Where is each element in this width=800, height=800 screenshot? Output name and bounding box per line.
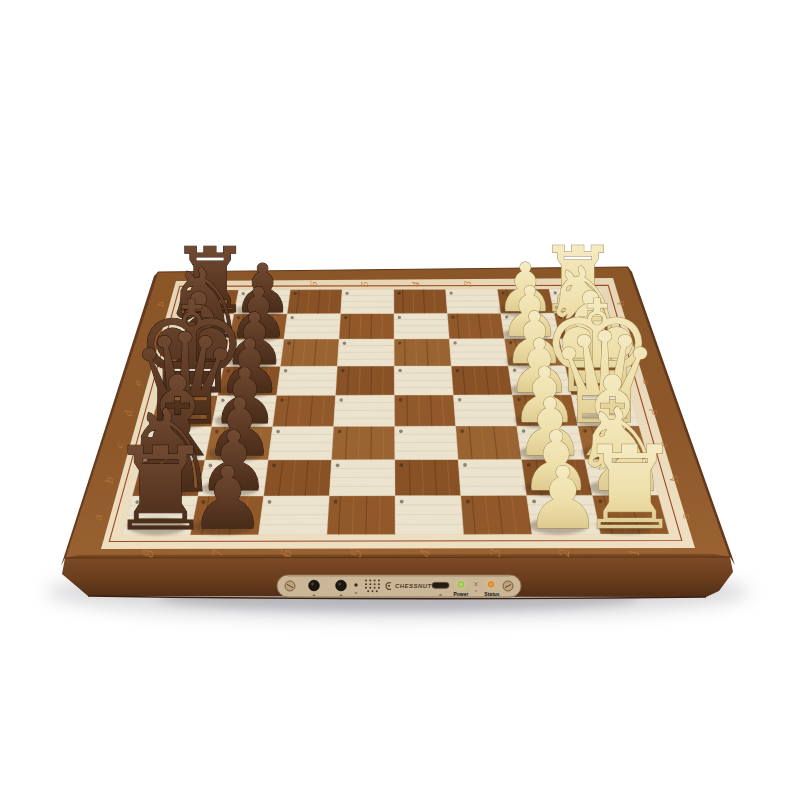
sensor-dot [399,463,403,467]
sensor-dot [458,398,462,402]
piece-white-rook-a1[interactable]: ♜ [578,421,681,555]
sensor-dot [451,316,454,319]
sensor-dot [397,292,400,295]
sensor-dot [456,369,459,372]
panel-button-2-mark [340,595,342,596]
square-h4[interactable] [394,289,448,313]
sensor-dot [334,500,338,504]
sensor-dot [463,463,467,467]
sensor-dot [336,463,340,467]
sensor-dot [339,398,343,402]
sensor-dot [398,341,401,344]
sensor-dot [400,500,404,504]
usb-c-port[interactable] [432,582,449,588]
status-led [488,582,493,587]
panel-button-2[interactable] [336,580,347,591]
mic-hole [354,583,357,586]
sensor-dot [338,430,342,434]
sensor-dot [399,398,403,402]
sensor-dot [449,291,452,294]
sensor-dot [343,342,346,345]
sensor-dot [293,292,296,295]
sensor-dot [398,369,401,372]
square-f4[interactable] [394,339,451,366]
coord-front-rank-4: 4 [418,549,433,558]
control-panel: CHESSNUT Power Status [277,575,521,597]
square-b4[interactable] [395,460,461,496]
mic-mark [355,592,357,593]
usb-mark [439,594,442,595]
power-led [458,582,463,587]
sensor-dot [341,369,344,372]
panel-button-2-highlight [338,583,341,586]
status-label: Status [484,591,500,597]
panel-button-1-mark [313,595,315,596]
panel-button-1[interactable] [309,580,320,591]
sensor-dot [399,429,403,433]
product-photo-chessnut-board: 8877665544332211aabbccddeeffgghh♜♟♟♜♞♟♟♞… [0,0,800,800]
power-label: Power [453,591,468,597]
coord-left-file-a: a [92,514,105,521]
coord-far-rank-4: 4 [412,281,422,287]
chess-board: 8877665544332211aabbccddeeffgghh♜♟♟♜♞♟♟♞… [46,227,750,618]
sensor-dot [460,429,464,433]
panel-button-1-highlight [311,583,314,586]
sensor-dot [398,316,401,319]
sensor-dot [345,292,348,295]
sensor-dot [466,500,470,504]
square-d4[interactable] [395,395,456,426]
brand-logo-text: CHESSNUT [395,583,432,589]
piece-black-pawn-a7[interactable]: ♟ [189,448,266,548]
sensor-dot [453,341,456,344]
sensor-dot [344,316,347,319]
